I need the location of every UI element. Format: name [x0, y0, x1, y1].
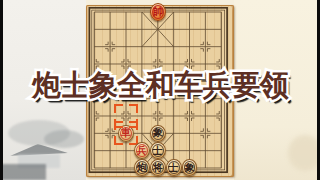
board-point-5-0[interactable]: 帥	[150, 3, 166, 20]
watermark-figure	[288, 135, 320, 171]
board-point-6-0[interactable]	[166, 3, 182, 20]
black-elephant[interactable]: 象	[150, 125, 166, 142]
board-point-6-9[interactable]: 士	[166, 159, 182, 176]
board-point-1-4[interactable]	[86, 73, 102, 90]
board-point-4-1[interactable]	[134, 21, 150, 38]
board-point-8-8[interactable]	[197, 142, 213, 159]
board-point-6-8[interactable]	[166, 142, 182, 159]
board-point-4-0[interactable]	[134, 3, 150, 20]
board-point-6-5[interactable]	[166, 90, 182, 107]
piece-glyph: 象	[153, 128, 163, 138]
black-cannon[interactable]: 炮	[134, 159, 150, 176]
board-point-6-3[interactable]	[166, 55, 182, 72]
board-point-7-4[interactable]	[182, 73, 198, 90]
left-edge-bar	[0, 0, 3, 180]
board-point-8-9[interactable]	[197, 159, 213, 176]
board-point-7-0[interactable]	[182, 3, 198, 20]
board-point-3-0[interactable]	[118, 3, 134, 20]
board-point-1-6[interactable]	[86, 107, 102, 124]
board-point-7-2[interactable]	[182, 38, 198, 55]
board-point-2-3[interactable]	[102, 55, 118, 72]
board-point-8-4[interactable]	[197, 73, 213, 90]
board-point-1-1[interactable]	[86, 21, 102, 38]
board-point-8-6[interactable]	[197, 107, 213, 124]
board-point-4-9[interactable]: 炮	[134, 159, 150, 176]
red-chariot[interactable]: 車	[118, 125, 134, 142]
board-point-9-5[interactable]	[213, 90, 229, 107]
board-point-1-3[interactable]	[86, 55, 102, 72]
board-point-7-8[interactable]	[182, 142, 198, 159]
board-point-9-6[interactable]	[213, 107, 229, 124]
board-point-4-6[interactable]	[134, 107, 150, 124]
piece-glyph: 炮	[137, 163, 147, 173]
board-point-8-0[interactable]	[197, 3, 213, 20]
board-point-5-6[interactable]	[150, 107, 166, 124]
board-point-4-7[interactable]	[134, 125, 150, 142]
board-point-9-1[interactable]	[213, 21, 229, 38]
board-point-3-6[interactable]	[118, 107, 134, 124]
watermark-tree	[44, 130, 84, 148]
board-point-5-8[interactable]: 士	[150, 142, 166, 159]
board-point-4-3[interactable]	[134, 55, 150, 72]
board-grid: 帥車象兵士炮将士象	[86, 3, 229, 176]
red-general[interactable]: 帥	[150, 3, 166, 21]
xiangqi-board: 帥車象兵士炮将士象	[86, 5, 234, 177]
board-point-3-7[interactable]: 車	[118, 125, 134, 142]
board-point-3-1[interactable]	[118, 21, 134, 38]
board-point-6-1[interactable]	[166, 21, 182, 38]
board-point-5-9[interactable]: 将	[150, 159, 166, 176]
board-point-8-1[interactable]	[197, 21, 213, 38]
board-point-2-9[interactable]	[102, 159, 118, 176]
board-point-1-9[interactable]	[86, 159, 102, 176]
board-point-2-8[interactable]	[102, 142, 118, 159]
board-point-6-7[interactable]	[166, 125, 182, 142]
board-point-2-5[interactable]	[102, 90, 118, 107]
board-point-1-5[interactable]	[86, 90, 102, 107]
board-point-8-3[interactable]	[197, 55, 213, 72]
board-point-2-4[interactable]	[102, 73, 118, 90]
board-point-7-6[interactable]	[182, 107, 198, 124]
board-point-5-4[interactable]	[150, 73, 166, 90]
board-point-3-3[interactable]	[118, 55, 134, 72]
piece-glyph: 兵	[137, 146, 147, 156]
board-point-3-8[interactable]	[118, 142, 134, 159]
black-advisor-2[interactable]: 士	[166, 159, 182, 176]
watermark-ink-blob	[0, 164, 46, 180]
board-point-2-7[interactable]	[102, 125, 118, 142]
board-point-1-0[interactable]	[86, 3, 102, 20]
right-margin	[234, 0, 320, 180]
board-point-4-8[interactable]: 兵	[134, 142, 150, 159]
piece-glyph: 士	[153, 146, 163, 156]
board-point-1-2[interactable]	[86, 38, 102, 55]
board-point-3-5[interactable]	[118, 90, 134, 107]
board-point-5-3[interactable]	[150, 55, 166, 72]
piece-glyph: 車	[121, 128, 131, 138]
board-point-7-5[interactable]	[182, 90, 198, 107]
board-point-2-2[interactable]	[102, 38, 118, 55]
black-elephant-2[interactable]: 象	[182, 159, 198, 176]
board-point-7-7[interactable]	[182, 125, 198, 142]
board-point-8-2[interactable]	[197, 38, 213, 55]
black-advisor[interactable]: 士	[150, 142, 166, 159]
video-frame: 帥車象兵士炮将士象 炮士象全和车兵要领 炮士象全和车兵要领	[0, 0, 320, 180]
piece-glyph: 将	[153, 163, 163, 173]
board-point-6-6[interactable]	[166, 107, 182, 124]
black-general[interactable]: 将	[150, 159, 166, 176]
board-point-1-7[interactable]	[86, 125, 102, 142]
board-point-9-0[interactable]	[213, 3, 229, 20]
piece-glyph: 士	[169, 163, 179, 173]
board-point-7-1[interactable]	[182, 21, 198, 38]
board-point-4-2[interactable]	[134, 38, 150, 55]
board-point-5-7[interactable]: 象	[150, 125, 166, 142]
board-point-4-4[interactable]	[134, 73, 150, 90]
red-soldier[interactable]: 兵	[134, 142, 150, 159]
piece-glyph: 象	[184, 163, 194, 173]
board-point-9-4[interactable]	[213, 73, 229, 90]
board-point-2-0[interactable]	[102, 3, 118, 20]
board-point-9-3[interactable]	[213, 55, 229, 72]
left-margin	[0, 0, 86, 180]
board-point-4-5[interactable]	[134, 90, 150, 107]
board-point-2-6[interactable]	[102, 107, 118, 124]
board-point-6-4[interactable]	[166, 73, 182, 90]
board-point-3-9[interactable]	[118, 159, 134, 176]
board-point-1-8[interactable]	[86, 142, 102, 159]
piece-glyph: 帥	[153, 7, 163, 17]
board-point-5-2[interactable]	[150, 38, 166, 55]
board-point-7-3[interactable]	[182, 55, 198, 72]
board-point-9-8[interactable]	[213, 142, 229, 159]
board-point-8-5[interactable]	[197, 90, 213, 107]
board-point-5-1[interactable]	[150, 21, 166, 38]
board-point-9-7[interactable]	[213, 125, 229, 142]
board-point-9-9[interactable]	[213, 159, 229, 176]
board-point-2-1[interactable]	[102, 21, 118, 38]
board-point-9-2[interactable]	[213, 38, 229, 55]
board-point-7-9[interactable]: 象	[182, 159, 198, 176]
board-point-5-5[interactable]	[150, 90, 166, 107]
board-point-3-2[interactable]	[118, 38, 134, 55]
board-point-6-2[interactable]	[166, 38, 182, 55]
board-point-8-7[interactable]	[197, 125, 213, 142]
board-point-3-4[interactable]	[118, 73, 134, 90]
